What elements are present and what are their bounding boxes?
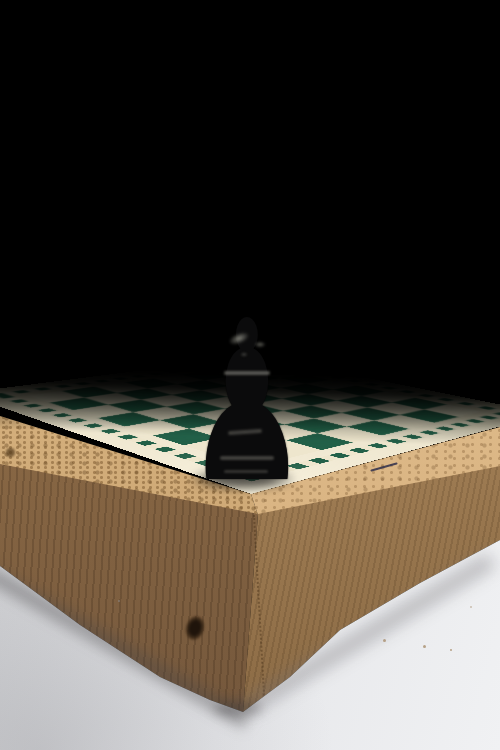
pawn-highlight-base bbox=[224, 470, 268, 473]
pawn-highlight-collar bbox=[224, 371, 270, 375]
dust-speck bbox=[383, 639, 386, 642]
wood-pit bbox=[6, 448, 15, 457]
dust-speck bbox=[423, 645, 426, 648]
dust-speck bbox=[470, 606, 472, 608]
frame-corner-shadow bbox=[215, 702, 261, 714]
dust-speck bbox=[450, 649, 452, 651]
pawn-highlight-base bbox=[220, 456, 274, 460]
photo-canvas: ♟ bbox=[0, 0, 500, 750]
pawn-highlight-ball bbox=[240, 352, 248, 357]
dust-speck bbox=[118, 600, 120, 602]
pawn-highlight-ball bbox=[254, 341, 266, 348]
